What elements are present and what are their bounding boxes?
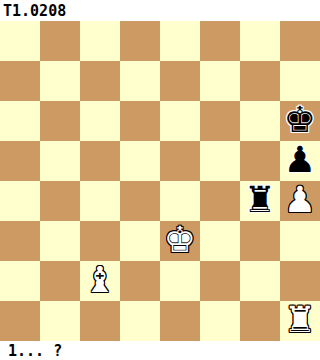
square-c7[interactable] [80, 61, 120, 101]
square-b6[interactable] [40, 101, 80, 141]
square-f4[interactable] [200, 181, 240, 221]
square-f1[interactable] [200, 301, 240, 341]
square-e6[interactable] [160, 101, 200, 141]
square-d3[interactable] [120, 221, 160, 261]
white-king-e3[interactable]: ♚ [164, 220, 196, 260]
square-c8[interactable] [80, 21, 120, 61]
move-prompt-bar: 1... ? [0, 341, 320, 360]
white-bishop-c2[interactable]: ♝ [84, 260, 116, 300]
square-h1[interactable]: ♜ [280, 301, 320, 341]
square-g1[interactable] [240, 301, 280, 341]
square-b7[interactable] [40, 61, 80, 101]
square-a5[interactable] [0, 141, 40, 181]
chess-board: ♚♟♜♟♚♝♜ [0, 21, 320, 341]
square-b2[interactable] [40, 261, 80, 301]
square-c2[interactable]: ♝ [80, 261, 120, 301]
square-e3[interactable]: ♚ [160, 221, 200, 261]
square-f6[interactable] [200, 101, 240, 141]
square-g5[interactable] [240, 141, 280, 181]
square-a4[interactable] [0, 181, 40, 221]
square-b3[interactable] [40, 221, 80, 261]
square-h8[interactable] [280, 21, 320, 61]
square-c6[interactable] [80, 101, 120, 141]
square-a8[interactable] [0, 21, 40, 61]
black-king-h6[interactable]: ♚ [284, 100, 316, 140]
square-h5[interactable]: ♟ [280, 141, 320, 181]
square-b5[interactable] [40, 141, 80, 181]
square-d8[interactable] [120, 21, 160, 61]
square-a6[interactable] [0, 101, 40, 141]
square-b4[interactable] [40, 181, 80, 221]
square-c5[interactable] [80, 141, 120, 181]
puzzle-id-bar: T1.0208 [0, 0, 320, 21]
square-g8[interactable] [240, 21, 280, 61]
square-e2[interactable] [160, 261, 200, 301]
square-d6[interactable] [120, 101, 160, 141]
square-b8[interactable] [40, 21, 80, 61]
square-a7[interactable] [0, 61, 40, 101]
white-rook-h1[interactable]: ♜ [284, 300, 316, 340]
square-h4[interactable]: ♟ [280, 181, 320, 221]
square-f2[interactable] [200, 261, 240, 301]
square-c3[interactable] [80, 221, 120, 261]
move-prompt: 1... ? [8, 342, 62, 360]
white-pawn-h4[interactable]: ♟ [284, 180, 316, 220]
square-e7[interactable] [160, 61, 200, 101]
black-pawn-h5[interactable]: ♟ [284, 140, 316, 180]
square-g2[interactable] [240, 261, 280, 301]
square-d1[interactable] [120, 301, 160, 341]
square-f5[interactable] [200, 141, 240, 181]
square-e8[interactable] [160, 21, 200, 61]
square-f8[interactable] [200, 21, 240, 61]
square-f7[interactable] [200, 61, 240, 101]
square-b1[interactable] [40, 301, 80, 341]
square-e1[interactable] [160, 301, 200, 341]
black-rook-g4[interactable]: ♜ [244, 180, 276, 220]
square-d2[interactable] [120, 261, 160, 301]
square-h7[interactable] [280, 61, 320, 101]
square-a1[interactable] [0, 301, 40, 341]
square-h3[interactable] [280, 221, 320, 261]
square-h6[interactable]: ♚ [280, 101, 320, 141]
square-c1[interactable] [80, 301, 120, 341]
square-e4[interactable] [160, 181, 200, 221]
square-a3[interactable] [0, 221, 40, 261]
square-e5[interactable] [160, 141, 200, 181]
square-f3[interactable] [200, 221, 240, 261]
square-g3[interactable] [240, 221, 280, 261]
square-g6[interactable] [240, 101, 280, 141]
square-d4[interactable] [120, 181, 160, 221]
square-g7[interactable] [240, 61, 280, 101]
square-c4[interactable] [80, 181, 120, 221]
square-g4[interactable]: ♜ [240, 181, 280, 221]
square-h2[interactable] [280, 261, 320, 301]
puzzle-id: T1.0208 [3, 2, 66, 20]
square-d5[interactable] [120, 141, 160, 181]
square-d7[interactable] [120, 61, 160, 101]
square-a2[interactable] [0, 261, 40, 301]
